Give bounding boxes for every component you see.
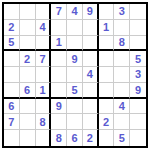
cell-r6c9[interactable]: 9 (130, 83, 146, 99)
cell-r8c7[interactable]: 2 (99, 114, 115, 130)
cell-r5c9[interactable]: 3 (130, 67, 146, 83)
cell-r8c2[interactable] (20, 114, 36, 130)
cell-r8c1[interactable]: 7 (4, 114, 20, 130)
cell-r4c1[interactable] (4, 51, 20, 67)
cell-r8c8[interactable] (114, 114, 130, 130)
cell-r6c3[interactable]: 1 (36, 83, 52, 99)
cell-r8c6[interactable] (83, 114, 99, 130)
cell-r9c8[interactable]: 5 (114, 130, 130, 146)
cell-r9c2[interactable] (20, 130, 36, 146)
cell-r4c9[interactable]: 5 (130, 51, 146, 67)
cell-r4c6[interactable] (83, 51, 99, 67)
cell-r8c9[interactable] (130, 114, 146, 130)
cell-r2c1[interactable]: 2 (4, 20, 20, 36)
cell-r6c8[interactable] (114, 83, 130, 99)
cell-r5c7[interactable] (99, 67, 115, 83)
cell-r5c3[interactable] (36, 67, 52, 83)
cell-r8c5[interactable] (67, 114, 83, 130)
cell-r7c9[interactable] (130, 99, 146, 115)
cell-r7c2[interactable] (20, 99, 36, 115)
cell-r1c7[interactable] (99, 4, 115, 20)
cell-r6c1[interactable] (4, 83, 20, 99)
cell-r3c5[interactable] (67, 36, 83, 52)
cell-r1c6[interactable]: 9 (83, 4, 99, 20)
cell-r3c1[interactable]: 5 (4, 36, 20, 52)
cell-r6c7[interactable] (99, 83, 115, 99)
cell-r2c3[interactable]: 4 (36, 20, 52, 36)
cell-r7c4[interactable]: 9 (51, 99, 67, 115)
cell-r7c7[interactable] (99, 99, 115, 115)
cell-r6c5[interactable]: 5 (67, 83, 83, 99)
cell-r2c9[interactable] (130, 20, 146, 36)
cell-r7c6[interactable] (83, 99, 99, 115)
cell-r9c3[interactable] (36, 130, 52, 146)
cell-r1c4[interactable]: 7 (51, 4, 67, 20)
cell-r1c3[interactable] (36, 4, 52, 20)
cell-r7c8[interactable]: 4 (114, 99, 130, 115)
cell-r5c5[interactable] (67, 67, 83, 83)
cell-r6c6[interactable] (83, 83, 99, 99)
cell-r2c7[interactable]: 1 (99, 20, 115, 36)
cell-r8c4[interactable] (51, 114, 67, 130)
cell-r6c4[interactable] (51, 83, 67, 99)
cell-r5c8[interactable] (114, 67, 130, 83)
cell-r2c2[interactable] (20, 20, 36, 36)
cell-r3c4[interactable]: 1 (51, 36, 67, 52)
cell-r7c1[interactable]: 6 (4, 99, 20, 115)
cell-r2c5[interactable] (67, 20, 83, 36)
cell-r5c4[interactable] (51, 67, 67, 83)
cell-r9c1[interactable] (4, 130, 20, 146)
cell-r4c5[interactable]: 9 (67, 51, 83, 67)
cell-r4c4[interactable] (51, 51, 67, 67)
cell-r6c2[interactable]: 6 (20, 83, 36, 99)
cell-r9c7[interactable] (99, 130, 115, 146)
cell-r2c6[interactable] (83, 20, 99, 36)
cell-r9c5[interactable]: 6 (67, 130, 83, 146)
cell-r3c6[interactable] (83, 36, 99, 52)
cell-r1c2[interactable] (20, 4, 36, 20)
cell-r4c8[interactable] (114, 51, 130, 67)
cell-r1c8[interactable]: 3 (114, 4, 130, 20)
cell-r2c4[interactable] (51, 20, 67, 36)
cell-r3c7[interactable] (99, 36, 115, 52)
cell-r9c4[interactable]: 8 (51, 130, 67, 146)
cell-r1c5[interactable]: 4 (67, 4, 83, 20)
cell-r7c3[interactable] (36, 99, 52, 115)
cell-r9c9[interactable] (130, 130, 146, 146)
cell-r9c6[interactable]: 2 (83, 130, 99, 146)
sudoku-board: 749324151827954361596947828625 (2, 2, 148, 148)
cell-r2c8[interactable] (114, 20, 130, 36)
cell-r4c3[interactable]: 7 (36, 51, 52, 67)
cell-r1c1[interactable] (4, 4, 20, 20)
cell-r4c2[interactable]: 2 (20, 51, 36, 67)
cell-r5c6[interactable]: 4 (83, 67, 99, 83)
cell-r4c7[interactable] (99, 51, 115, 67)
cell-r5c2[interactable] (20, 67, 36, 83)
cell-r8c3[interactable]: 8 (36, 114, 52, 130)
cell-r1c9[interactable] (130, 4, 146, 20)
cell-r3c3[interactable] (36, 36, 52, 52)
cell-r5c1[interactable] (4, 67, 20, 83)
cell-r3c9[interactable] (130, 36, 146, 52)
cell-r3c8[interactable]: 8 (114, 36, 130, 52)
cell-r7c5[interactable] (67, 99, 83, 115)
cell-r3c2[interactable] (20, 36, 36, 52)
